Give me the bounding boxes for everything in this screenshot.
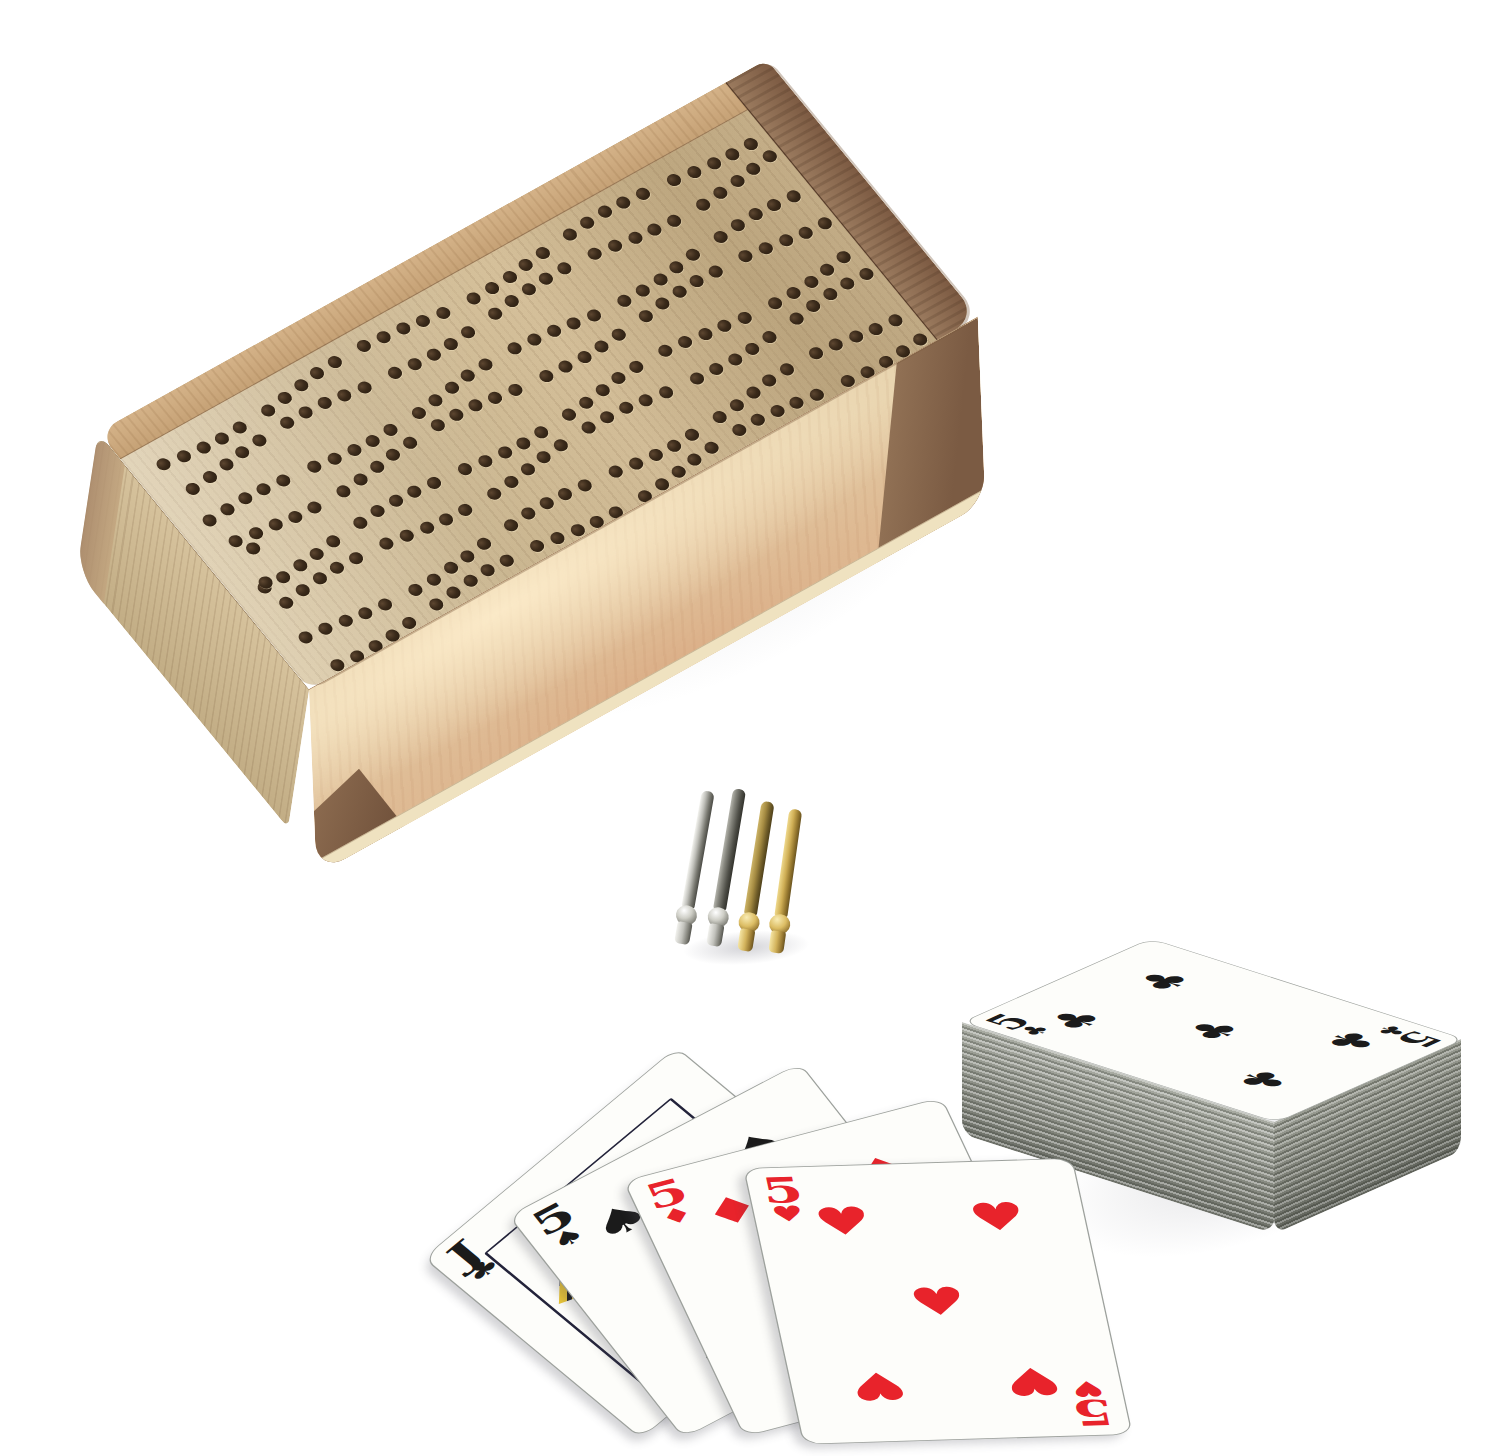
peg-hole: [427, 597, 447, 614]
clubs-pip: ♣: [1176, 1016, 1251, 1044]
peg-hole: [258, 402, 278, 419]
peg-hole: [744, 160, 764, 177]
peg-hole: [274, 472, 294, 489]
peg-hole: [230, 419, 250, 436]
peg-hole: [376, 535, 396, 552]
peg-hole: [291, 377, 311, 394]
peg-hole: [194, 440, 214, 457]
peg-hole: [669, 464, 689, 481]
peg-hole: [725, 351, 745, 368]
peg-hole: [646, 447, 666, 464]
peg-hole: [441, 560, 461, 577]
peg-hole: [428, 417, 448, 434]
peg-hole: [296, 630, 316, 647]
peg-hole: [787, 310, 807, 327]
peg-hole: [485, 306, 505, 323]
clubs-pip: ♣: [1226, 1066, 1301, 1094]
peg-hole: [650, 271, 670, 288]
peg-hole: [745, 206, 765, 223]
peg-hole: [783, 285, 803, 302]
hearts-pip: ♥: [846, 1366, 910, 1405]
peg-hole: [605, 238, 625, 255]
peg-hole: [815, 215, 835, 232]
peg-hole: [485, 389, 505, 406]
peg-hole: [669, 284, 689, 301]
peg-hole: [524, 331, 544, 348]
peg-hole: [656, 384, 676, 401]
peg-hole: [367, 459, 387, 476]
peg-hole: [723, 146, 743, 163]
peg-hole: [290, 558, 310, 575]
peg-hole: [576, 394, 596, 411]
peg-hole: [826, 336, 846, 353]
card-5-of-hearts: 5♥5♥♥♥♥♥♥: [743, 1158, 1133, 1445]
peg-hole: [475, 453, 495, 470]
peg-hole: [425, 392, 445, 409]
peg-hole: [784, 188, 804, 205]
peg-hole: [710, 409, 730, 426]
peg-hole: [636, 392, 656, 409]
peg-hole: [625, 230, 645, 247]
peg-hole: [414, 313, 434, 330]
peg-hole: [226, 533, 246, 550]
peg-hole: [307, 545, 327, 562]
peg-hole: [386, 493, 406, 510]
peg-hole: [154, 456, 174, 473]
peg-hole: [368, 503, 388, 520]
peg-hole: [356, 605, 376, 622]
peg-hole: [555, 260, 575, 277]
peg-hole: [396, 527, 416, 544]
peg-hole: [767, 403, 787, 420]
peg-hole: [537, 495, 557, 512]
peg-hole: [727, 173, 747, 190]
peg-hole: [355, 379, 375, 396]
peg-hole: [424, 571, 444, 588]
peg-hole: [748, 412, 768, 429]
peg-hole: [614, 292, 634, 309]
peg-hole: [820, 286, 840, 303]
peg-hole: [636, 308, 656, 325]
peg-hole: [443, 584, 463, 601]
peg-hole: [266, 517, 286, 534]
peg-hole: [273, 569, 293, 586]
peg-hole: [544, 323, 564, 340]
peg-hole: [597, 409, 617, 426]
peg-hole: [574, 349, 594, 366]
peg-hole: [559, 407, 579, 424]
peg-hole: [760, 329, 780, 346]
peg-hole: [495, 444, 515, 461]
cribbage-set-photo: 5♣5♣♣♣♣♣♣ J♣J♣ 5♠5♠♠♠♠♠♠ 5♦5♦♦♦♦♦♦ 5♥5♥♥…: [0, 0, 1500, 1456]
peg-hole: [363, 433, 383, 450]
peg-hole: [652, 295, 672, 312]
peg-hole: [807, 386, 827, 403]
peg-hole: [327, 559, 347, 576]
peg-hole: [567, 522, 587, 539]
peg-hole: [633, 282, 653, 299]
peg-hole: [527, 538, 547, 555]
walnut-edge-rail: [725, 60, 978, 340]
peg-hole: [351, 515, 371, 532]
peg-hole: [246, 525, 266, 542]
peg-hole: [818, 262, 838, 279]
hearts-pip: ♥: [811, 1201, 875, 1240]
peg-hole: [777, 361, 797, 378]
peg-hole: [254, 481, 274, 498]
peg-hole: [536, 367, 556, 384]
peg-hole: [687, 273, 707, 290]
peg-hole: [547, 530, 567, 547]
peg-hole: [434, 305, 454, 322]
peg-hole: [417, 519, 437, 536]
peg-hole: [846, 328, 866, 345]
peg-hole: [482, 280, 502, 297]
peg-hole: [458, 324, 478, 341]
peg-hole: [514, 435, 534, 452]
peg-hole: [385, 365, 405, 382]
peg-hole: [609, 370, 629, 387]
peg-hole: [476, 356, 496, 373]
peg-hole: [616, 400, 636, 417]
peg-hole: [664, 212, 684, 229]
peg-hole: [323, 533, 343, 550]
peg-hole: [592, 338, 612, 355]
peg-hole: [501, 474, 521, 491]
peg-shaft: [713, 788, 746, 910]
peg-hole: [682, 427, 702, 444]
peg-hole: [606, 464, 626, 481]
hearts-pip: ♥: [906, 1282, 970, 1321]
peg-hole: [711, 228, 731, 245]
peg-hole: [506, 381, 526, 398]
peg-hole: [741, 135, 761, 152]
peg-hole: [675, 334, 695, 351]
peg-hole: [174, 448, 194, 465]
peg-hole: [536, 270, 556, 287]
peg-hole: [200, 469, 220, 486]
peg-hole: [695, 326, 715, 343]
peg-hole: [856, 265, 876, 282]
peg-hole: [200, 512, 220, 529]
peg-hole: [614, 194, 634, 211]
peg-hole: [304, 459, 324, 476]
peg-hole: [519, 281, 539, 298]
peg-hole: [235, 490, 255, 507]
peg-hole: [556, 486, 576, 503]
peg-hole: [736, 248, 756, 265]
peg-hole: [704, 155, 724, 172]
peg-hole: [760, 148, 780, 165]
peg-hole: [796, 224, 816, 241]
hearts-pip: ♥: [1001, 1362, 1065, 1401]
peg-hole: [458, 548, 478, 565]
peg-hole: [325, 451, 345, 468]
peg-hole: [183, 480, 203, 497]
peg-hole: [645, 221, 665, 238]
peg-shaft: [774, 808, 802, 917]
peg-hole: [693, 196, 713, 213]
peg-hole: [217, 457, 237, 474]
peg-hole: [500, 269, 520, 286]
peg-tip: [768, 930, 786, 954]
peg-hole: [683, 247, 703, 264]
peg-hole: [656, 343, 676, 360]
card-index: 5♦: [641, 1175, 701, 1230]
peg-hole: [212, 430, 232, 447]
peg-hole: [501, 517, 521, 534]
peg-hole: [505, 340, 525, 357]
card-index: 5♥: [1066, 1378, 1117, 1428]
peg-shaft: [744, 801, 775, 916]
peg-hole: [764, 196, 784, 213]
peg-hole: [533, 244, 553, 261]
peg-hole: [466, 398, 486, 415]
peg-hole: [585, 246, 605, 263]
peg-hole: [460, 572, 480, 589]
peg-hole: [592, 382, 612, 399]
peg-hole: [441, 336, 461, 353]
peg-hole: [532, 424, 552, 441]
peg-hole: [556, 359, 576, 376]
peg-hole: [305, 499, 325, 516]
peg-hole: [405, 483, 425, 500]
peg-hole: [687, 370, 707, 387]
walnut-corner-accent: [77, 433, 125, 604]
peg-hole: [400, 615, 420, 632]
peg-hole: [579, 419, 599, 436]
peg-hole: [376, 597, 396, 614]
peg-hole: [344, 442, 364, 459]
peg-hole: [886, 312, 906, 329]
peg-hole: [866, 320, 886, 337]
peg-hole: [806, 345, 826, 362]
peg-hole: [760, 372, 780, 389]
peg-shaft: [681, 790, 714, 908]
peg-hole: [627, 359, 647, 376]
peg-hole: [250, 432, 270, 449]
peg-hole: [400, 434, 420, 451]
peg-hole: [765, 295, 785, 312]
peg-hole: [277, 415, 297, 432]
peg-hole: [474, 535, 494, 552]
peg-hole: [711, 185, 731, 202]
peg-hole: [730, 422, 750, 439]
peg-hole: [910, 331, 930, 348]
cribbage-pegs: [658, 775, 838, 970]
peg-hole: [534, 449, 554, 466]
peg-hole: [518, 506, 538, 523]
peg-hole: [393, 321, 413, 338]
peg-hole: [315, 395, 335, 412]
peg-hole: [425, 475, 445, 492]
peg-hole: [502, 293, 522, 310]
peg-hole: [458, 367, 478, 384]
peg-hole: [233, 444, 253, 461]
peg-hole: [715, 318, 735, 335]
peg-hole: [310, 570, 330, 587]
peg-hole: [455, 502, 475, 519]
peg-hole: [728, 217, 748, 234]
peg-hole: [551, 437, 571, 454]
peg-hole: [275, 390, 295, 407]
peg-hole: [787, 394, 807, 411]
peg-hole: [560, 226, 580, 243]
peg-hole: [484, 485, 504, 502]
peg-hole: [384, 447, 404, 464]
peg-hole: [351, 471, 371, 488]
peg-hole: [834, 249, 854, 266]
peg-hole: [577, 214, 597, 231]
peg-hole: [706, 361, 726, 378]
peg-hole: [373, 329, 393, 346]
card-index: 5♥: [759, 1175, 810, 1225]
peg-hole: [346, 550, 366, 567]
peg-hole: [424, 347, 444, 364]
peg-hole: [446, 407, 466, 424]
peg-hole: [354, 338, 374, 355]
peg-hole: [316, 621, 336, 638]
peg-hole: [243, 540, 263, 557]
peg-hole: [333, 483, 353, 500]
peg-hole: [609, 326, 629, 343]
peg-hole: [381, 422, 401, 439]
peg-hole: [665, 437, 685, 454]
peg-hole: [626, 456, 646, 473]
peg-hole: [575, 477, 595, 494]
peg-hole: [803, 298, 823, 315]
peg-hole: [743, 384, 763, 401]
peg-hole: [325, 354, 345, 371]
peg-hole: [293, 582, 313, 599]
peg-hole: [405, 356, 425, 373]
peg-hole: [756, 240, 776, 257]
hearts-pip: ♥: [965, 1197, 1029, 1236]
clubs-pip: ♣: [1126, 967, 1201, 995]
peg-hole: [584, 307, 604, 324]
peg-hole: [684, 164, 704, 181]
peg-hole: [743, 341, 763, 358]
peg-hole: [276, 594, 296, 611]
peg-hole: [335, 387, 355, 404]
peg-hole: [497, 552, 517, 569]
peg-tip: [737, 928, 755, 952]
card-index: 5♠: [526, 1198, 592, 1256]
peg-tip: [706, 923, 724, 947]
peg-hole: [296, 404, 316, 421]
peg-hole: [685, 451, 705, 468]
peg-hole: [455, 461, 475, 478]
peg-hole: [516, 257, 536, 274]
peg-hole: [667, 259, 687, 276]
peg-hole: [776, 232, 796, 249]
peg-hole: [727, 397, 747, 414]
peg-hole: [518, 461, 538, 478]
peg-hole: [336, 613, 356, 630]
peg-hole: [286, 508, 306, 525]
peg-hole: [706, 263, 726, 280]
peg-hole: [217, 501, 237, 518]
peg-hole: [664, 171, 684, 188]
peg-hole: [478, 562, 498, 579]
peg-hole: [564, 315, 584, 332]
peg-tip: [674, 921, 693, 945]
peg-hole: [702, 439, 722, 456]
peg-hole: [801, 274, 821, 291]
peg-hole: [405, 582, 425, 599]
peg-hole: [735, 310, 755, 327]
peg-hole: [409, 404, 429, 421]
peg-hole: [464, 290, 484, 307]
peg-hole: [442, 379, 462, 396]
peg-hole: [595, 204, 615, 221]
peg-hole: [436, 511, 456, 528]
peg-hole: [633, 185, 653, 202]
peg-hole: [838, 275, 858, 292]
peg-hole: [308, 365, 328, 382]
